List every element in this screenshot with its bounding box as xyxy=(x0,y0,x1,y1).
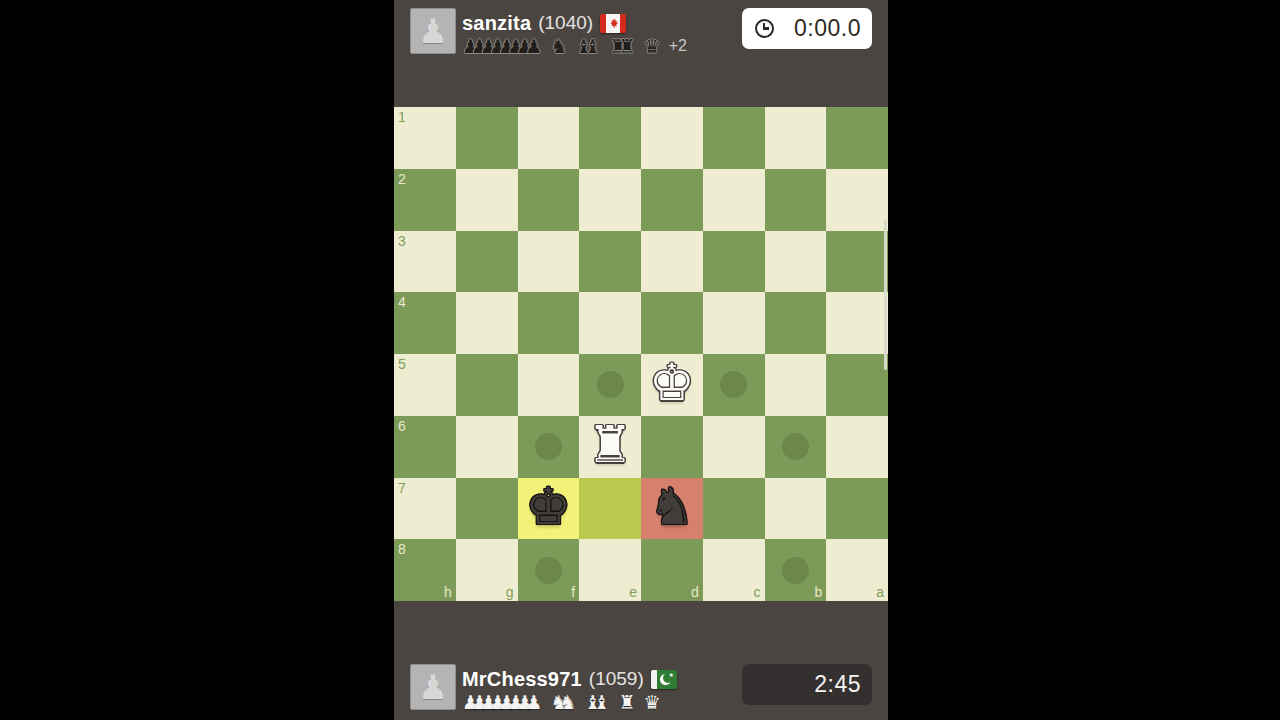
avatar-top-player[interactable]: ♟ xyxy=(410,8,456,54)
move-hint-dot-c5[interactable] xyxy=(720,371,747,398)
captured-rook-icon: ♜ xyxy=(619,37,636,56)
square-f1[interactable] xyxy=(518,107,580,169)
square-e3[interactable] xyxy=(579,231,641,293)
square-c5[interactable] xyxy=(703,354,765,416)
square-e7[interactable] xyxy=(579,478,641,540)
square-f7[interactable]: ♚ xyxy=(518,478,580,540)
rank-label-7: 7 xyxy=(398,481,406,495)
square-d7[interactable]: ♞ xyxy=(641,478,703,540)
square-g8[interactable]: g xyxy=(456,539,518,601)
captured-rook-icon: ♜ xyxy=(619,693,636,712)
square-b4[interactable] xyxy=(765,292,827,354)
square-a1[interactable] xyxy=(826,107,888,169)
move-hint-dot-b6[interactable] xyxy=(782,433,809,460)
square-b7[interactable] xyxy=(765,478,827,540)
square-e2[interactable] xyxy=(579,169,641,231)
square-b6[interactable] xyxy=(765,416,827,478)
square-h2[interactable]: 2 xyxy=(394,169,456,231)
captured-black-knight-group: ♞ xyxy=(550,37,567,56)
captured-white-bishop-group: ♝♝ xyxy=(584,693,610,712)
square-h7[interactable]: 7 xyxy=(394,478,456,540)
square-e4[interactable] xyxy=(579,292,641,354)
app-panel: ♟ sanzita (1040) ♟♟♟♟♟♟♟♟♞♝♝♜♜♛+2 0:00.0 xyxy=(394,0,888,720)
square-b1[interactable] xyxy=(765,107,827,169)
rank-label-6: 6 xyxy=(398,419,406,433)
captured-black-pawn-group: ♟♟♟♟♟♟♟♟ xyxy=(462,37,542,56)
avatar-bottom-player[interactable]: ♟ xyxy=(410,664,456,710)
square-b3[interactable] xyxy=(765,231,827,293)
rank-label-8: 8 xyxy=(398,542,406,556)
square-c6[interactable] xyxy=(703,416,765,478)
canada-flag-icon xyxy=(600,14,626,33)
square-h3[interactable]: 3 xyxy=(394,231,456,293)
square-e6[interactable]: ♜ xyxy=(579,416,641,478)
piece-black-king-f7[interactable]: ♚ xyxy=(526,481,572,532)
clock-icon xyxy=(755,19,774,38)
square-h6[interactable]: 6 xyxy=(394,416,456,478)
square-a2[interactable] xyxy=(826,169,888,231)
square-a8[interactable]: a xyxy=(826,539,888,601)
file-label-g: g xyxy=(506,585,514,599)
captured-pawn-icon: ♟ xyxy=(525,693,542,712)
top-player-name-row: sanzita (1040) xyxy=(462,11,626,35)
default-avatar-pawn-icon: ♟ xyxy=(418,14,448,48)
square-d3[interactable] xyxy=(641,231,703,293)
captured-bishop-icon: ♝ xyxy=(594,693,611,712)
square-d1[interactable] xyxy=(641,107,703,169)
maple-leaf-icon xyxy=(607,17,619,29)
square-b2[interactable] xyxy=(765,169,827,231)
square-c7[interactable] xyxy=(703,478,765,540)
file-label-c: c xyxy=(754,585,761,599)
captured-queen-icon: ♛ xyxy=(644,37,661,56)
captured-black-queen-group: ♛ xyxy=(644,37,661,56)
file-label-a: a xyxy=(876,585,884,599)
bottom-player-name[interactable]: MrChess971 xyxy=(462,668,582,691)
square-b5[interactable] xyxy=(765,354,827,416)
rank-label-3: 3 xyxy=(398,234,406,248)
top-player-clock: 0:00.0 xyxy=(742,8,872,49)
captured-white-pawn-group: ♟♟♟♟♟♟♟♟ xyxy=(462,693,542,712)
square-c3[interactable] xyxy=(703,231,765,293)
move-hint-dot-e5[interactable] xyxy=(597,371,624,398)
square-a3[interactable] xyxy=(826,231,888,293)
square-h5[interactable]: 5 xyxy=(394,354,456,416)
bottom-player-name-row: MrChess971 (1059) ★ xyxy=(462,667,677,691)
square-g4[interactable] xyxy=(456,292,518,354)
piece-black-knight-d7[interactable]: ♞ xyxy=(649,481,695,532)
piece-white-king-d5[interactable]: ♚ xyxy=(649,357,695,408)
square-a5[interactable] xyxy=(826,354,888,416)
square-d2[interactable] xyxy=(641,169,703,231)
bottom-player-clock: 2:45 xyxy=(742,664,872,705)
bottom-player-time: 2:45 xyxy=(755,671,861,698)
file-label-b: b xyxy=(814,585,822,599)
square-c4[interactable] xyxy=(703,292,765,354)
square-c1[interactable] xyxy=(703,107,765,169)
captured-white-rook-group: ♜ xyxy=(619,693,636,712)
captured-pawn-icon: ♟ xyxy=(525,37,542,56)
captured-knight-icon: ♞ xyxy=(550,37,567,56)
move-hint-dot-f6[interactable] xyxy=(535,433,562,460)
material-advantage: +2 xyxy=(669,37,687,55)
square-g1[interactable] xyxy=(456,107,518,169)
square-g7[interactable] xyxy=(456,478,518,540)
top-player-captured-pieces: ♟♟♟♟♟♟♟♟♞♝♝♜♜♛+2 xyxy=(462,36,687,56)
square-b8[interactable]: b xyxy=(765,539,827,601)
captured-bishop-icon: ♝ xyxy=(584,37,601,56)
square-g6[interactable] xyxy=(456,416,518,478)
file-label-d: d xyxy=(691,585,699,599)
square-h4[interactable]: 4 xyxy=(394,292,456,354)
square-g5[interactable] xyxy=(456,354,518,416)
move-hint-dot-b8[interactable] xyxy=(782,557,809,584)
square-e1[interactable] xyxy=(579,107,641,169)
piece-white-rook-e6[interactable]: ♜ xyxy=(587,419,633,470)
square-f4[interactable] xyxy=(518,292,580,354)
move-hint-dot-f8[interactable] xyxy=(535,557,562,584)
bottom-player-rating: (1059) xyxy=(589,668,644,690)
bottom-player-captured-pieces: ♟♟♟♟♟♟♟♟♞♞♝♝♜♛ xyxy=(462,692,661,712)
square-a6[interactable] xyxy=(826,416,888,478)
square-c8[interactable]: c xyxy=(703,539,765,601)
captured-white-queen-group: ♛ xyxy=(644,693,661,712)
default-avatar-pawn-icon: ♟ xyxy=(418,670,448,704)
square-g2[interactable] xyxy=(456,169,518,231)
square-d8[interactable]: d xyxy=(641,539,703,601)
top-player-time: 0:00.0 xyxy=(774,15,861,42)
file-label-f: f xyxy=(571,585,575,599)
top-player-rating: (1040) xyxy=(538,12,593,34)
captured-knight-icon: ♞ xyxy=(559,693,576,712)
rank-label-1: 1 xyxy=(398,110,406,124)
square-c2[interactable] xyxy=(703,169,765,231)
top-player-name[interactable]: sanzita xyxy=(462,12,531,35)
file-label-e: e xyxy=(629,585,637,599)
captured-black-bishop-group: ♝♝ xyxy=(575,37,601,56)
square-f3[interactable] xyxy=(518,231,580,293)
scrollbar-thumb[interactable] xyxy=(884,219,887,370)
square-h8[interactable]: 8h xyxy=(394,539,456,601)
square-d5[interactable]: ♚ xyxy=(641,354,703,416)
square-e5[interactable] xyxy=(579,354,641,416)
square-h1[interactable]: 1 xyxy=(394,107,456,169)
rank-label-2: 2 xyxy=(398,172,406,186)
pakistan-flag-icon: ★ xyxy=(651,670,677,689)
file-label-h: h xyxy=(444,585,452,599)
square-a7[interactable] xyxy=(826,478,888,540)
square-f2[interactable] xyxy=(518,169,580,231)
captured-queen-icon: ♛ xyxy=(644,693,661,712)
square-a4[interactable] xyxy=(826,292,888,354)
square-f8[interactable]: f xyxy=(518,539,580,601)
rank-label-4: 4 xyxy=(398,295,406,309)
square-g3[interactable] xyxy=(456,231,518,293)
captured-black-rook-group: ♜♜ xyxy=(610,37,636,56)
chess-board[interactable]: 12345♚6♜7♚♞8hgfedcba xyxy=(394,107,888,601)
square-d4[interactable] xyxy=(641,292,703,354)
square-e8[interactable]: e xyxy=(579,539,641,601)
captured-white-knight-group: ♞♞ xyxy=(550,693,576,712)
square-f5[interactable] xyxy=(518,354,580,416)
rank-label-5: 5 xyxy=(398,357,406,371)
square-f6[interactable] xyxy=(518,416,580,478)
screenshot-stage: ♟ sanzita (1040) ♟♟♟♟♟♟♟♟♞♝♝♜♜♛+2 0:00.0 xyxy=(0,0,1280,720)
square-d6[interactable] xyxy=(641,416,703,478)
